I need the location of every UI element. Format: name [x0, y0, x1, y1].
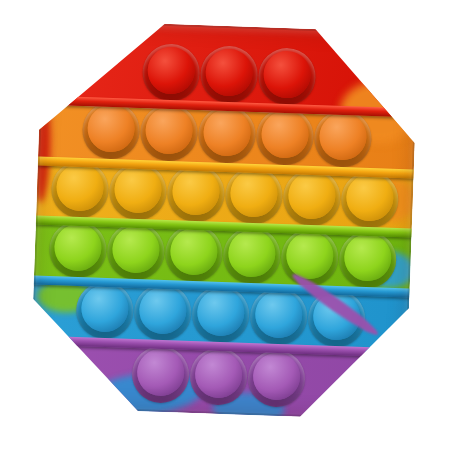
bubble-dome-yellow: [56, 163, 105, 212]
bubble-r3c6[interactable]: [340, 170, 399, 229]
bubble-dome-green: [343, 233, 392, 282]
bubble-r6c2[interactable]: [189, 347, 248, 406]
bubble-dome-orange: [87, 104, 136, 153]
bubble-dome-purple: [136, 348, 185, 397]
bubble-dome-green: [286, 231, 335, 280]
bubble-r4c4[interactable]: [222, 226, 281, 285]
bubble-r2c3[interactable]: [198, 105, 257, 164]
bubble-dome-orange: [261, 110, 310, 159]
bubble-r3c1[interactable]: [51, 160, 110, 219]
bubble-r6c1[interactable]: [131, 345, 190, 404]
bubble-dome-red: [263, 50, 312, 99]
bubble-r4c6[interactable]: [338, 230, 397, 289]
bubble-r1c3[interactable]: [258, 47, 317, 106]
bubble-dome-green: [54, 223, 103, 272]
bubble-r6c3[interactable]: [247, 349, 306, 408]
bubble-r4c5[interactable]: [280, 228, 339, 287]
pop-it-board: [29, 20, 418, 421]
bubble-r3c3[interactable]: [166, 164, 225, 223]
bubble-r5c2[interactable]: [133, 283, 192, 342]
bubble-dome-yellow: [114, 165, 163, 214]
bubble-r2c4[interactable]: [255, 107, 314, 166]
bubble-r2c1[interactable]: [82, 101, 141, 160]
bubble-r5c3[interactable]: [191, 285, 250, 344]
bubble-dome-green: [170, 227, 219, 276]
bubble-dome-purple: [252, 352, 301, 401]
bubble-r1c2[interactable]: [200, 45, 259, 104]
bubble-dome-yellow: [230, 169, 279, 218]
bubble-dome-yellow: [346, 173, 395, 222]
bubble-r3c4[interactable]: [224, 166, 283, 225]
bubble-dome-yellow: [172, 167, 221, 216]
bubble-r2c2[interactable]: [140, 103, 199, 162]
bubble-r2c5[interactable]: [313, 109, 372, 168]
bubble-r4c1[interactable]: [48, 220, 107, 279]
bubble-dome-orange: [203, 108, 252, 157]
bubble-dome-blue: [312, 292, 361, 341]
bubble-row-red: [142, 43, 317, 106]
bubble-dome-blue: [81, 284, 130, 333]
bubble-dome-orange: [319, 112, 368, 161]
bubble-row-purple: [131, 345, 306, 408]
bubble-r4c2[interactable]: [106, 222, 165, 281]
photo-background: [0, 0, 450, 450]
bubble-r1c1[interactable]: [142, 43, 201, 102]
bubble-dome-green: [112, 225, 161, 274]
bubble-dome-blue: [254, 290, 303, 339]
bubble-r3c2[interactable]: [108, 162, 167, 221]
bubble-dome-green: [228, 229, 277, 278]
bubble-dome-blue: [196, 288, 245, 337]
bubble-r5c1[interactable]: [75, 281, 134, 340]
bubble-dome-orange: [145, 106, 194, 155]
bubble-r5c4[interactable]: [249, 287, 308, 346]
bubble-dome-blue: [139, 286, 188, 335]
bubble-dome-red: [147, 46, 196, 95]
bubble-r4c3[interactable]: [164, 224, 223, 283]
bubble-r5c5[interactable]: [307, 289, 366, 348]
bubble-dome-purple: [194, 350, 243, 399]
bubble-r3c5[interactable]: [282, 168, 341, 227]
bubble-dome-red: [205, 48, 254, 97]
bubble-dome-yellow: [288, 171, 337, 220]
